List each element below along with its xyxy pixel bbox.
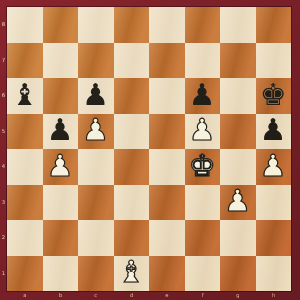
square-h2[interactable] bbox=[256, 220, 292, 256]
square-g2[interactable] bbox=[220, 220, 256, 256]
rank-label-8: 8 bbox=[1, 11, 6, 38]
square-b7[interactable] bbox=[43, 43, 79, 79]
square-h8[interactable] bbox=[256, 7, 292, 43]
square-h3[interactable] bbox=[256, 185, 292, 221]
rank-label-5: 5 bbox=[1, 118, 6, 145]
square-a6[interactable]: ♝ bbox=[7, 78, 43, 114]
square-c5[interactable]: ♟ bbox=[78, 114, 114, 150]
square-a7[interactable] bbox=[7, 43, 43, 79]
square-f5[interactable]: ♟ bbox=[185, 114, 221, 150]
square-g3[interactable]: ♟ bbox=[220, 185, 256, 221]
rank-label-7: 7 bbox=[1, 47, 6, 74]
square-c1[interactable] bbox=[78, 256, 114, 292]
square-h1[interactable] bbox=[256, 256, 292, 292]
file-label-d: d bbox=[118, 292, 145, 299]
square-f2[interactable] bbox=[185, 220, 221, 256]
square-d5[interactable] bbox=[114, 114, 150, 150]
square-f6[interactable]: ♟ bbox=[185, 78, 221, 114]
square-b2[interactable] bbox=[43, 220, 79, 256]
square-b4[interactable]: ♟ bbox=[43, 149, 79, 185]
piece-black-pawn-b5[interactable]: ♟ bbox=[47, 115, 74, 145]
square-d8[interactable] bbox=[114, 7, 150, 43]
square-a3[interactable] bbox=[7, 185, 43, 221]
square-b6[interactable] bbox=[43, 78, 79, 114]
rank-label-2: 2 bbox=[1, 224, 6, 251]
file-label-f: f bbox=[189, 292, 216, 299]
square-c6[interactable]: ♟ bbox=[78, 78, 114, 114]
square-g6[interactable] bbox=[220, 78, 256, 114]
file-label-a: a bbox=[11, 292, 38, 299]
piece-black-bishop-a6[interactable]: ♝ bbox=[11, 80, 38, 110]
rank-label-6: 6 bbox=[1, 82, 6, 109]
piece-black-pawn-h5[interactable]: ♟ bbox=[260, 115, 287, 145]
square-g4[interactable] bbox=[220, 149, 256, 185]
square-e8[interactable] bbox=[149, 7, 185, 43]
square-e5[interactable] bbox=[149, 114, 185, 150]
square-a2[interactable] bbox=[7, 220, 43, 256]
square-b8[interactable] bbox=[43, 7, 79, 43]
square-c3[interactable] bbox=[78, 185, 114, 221]
piece-black-king-h6[interactable]: ♚ bbox=[260, 80, 287, 110]
square-b5[interactable]: ♟ bbox=[43, 114, 79, 150]
square-b1[interactable] bbox=[43, 256, 79, 292]
square-a1[interactable] bbox=[7, 256, 43, 292]
file-label-c: c bbox=[82, 292, 109, 299]
square-f3[interactable] bbox=[185, 185, 221, 221]
file-label-h: h bbox=[260, 292, 287, 299]
square-h6[interactable]: ♚ bbox=[256, 78, 292, 114]
square-h4[interactable]: ♟ bbox=[256, 149, 292, 185]
square-e1[interactable] bbox=[149, 256, 185, 292]
square-e7[interactable] bbox=[149, 43, 185, 79]
square-f7[interactable] bbox=[185, 43, 221, 79]
square-f1[interactable] bbox=[185, 256, 221, 292]
square-g1[interactable] bbox=[220, 256, 256, 292]
piece-white-bishop-d1[interactable]: ♝ bbox=[118, 257, 145, 287]
square-d2[interactable] bbox=[114, 220, 150, 256]
rank-label-3: 3 bbox=[1, 189, 6, 216]
piece-white-pawn-f5[interactable]: ♟ bbox=[189, 115, 216, 145]
square-d3[interactable] bbox=[114, 185, 150, 221]
square-f4[interactable]: ♚ bbox=[185, 149, 221, 185]
piece-white-king-f4[interactable]: ♚ bbox=[189, 151, 216, 181]
square-g7[interactable] bbox=[220, 43, 256, 79]
square-e6[interactable] bbox=[149, 78, 185, 114]
piece-white-pawn-c5[interactable]: ♟ bbox=[82, 115, 109, 145]
square-a5[interactable] bbox=[7, 114, 43, 150]
piece-black-pawn-f6[interactable]: ♟ bbox=[189, 80, 216, 110]
square-g5[interactable] bbox=[220, 114, 256, 150]
piece-black-pawn-c6[interactable]: ♟ bbox=[82, 80, 109, 110]
square-a4[interactable] bbox=[7, 149, 43, 185]
rank-label-4: 4 bbox=[1, 153, 6, 180]
square-h7[interactable] bbox=[256, 43, 292, 79]
square-d4[interactable] bbox=[114, 149, 150, 185]
file-label-e: e bbox=[153, 292, 180, 299]
square-c8[interactable] bbox=[78, 7, 114, 43]
piece-white-pawn-b4[interactable]: ♟ bbox=[47, 151, 74, 181]
square-e3[interactable] bbox=[149, 185, 185, 221]
square-c7[interactable] bbox=[78, 43, 114, 79]
piece-white-pawn-h4[interactable]: ♟ bbox=[260, 151, 287, 181]
square-d7[interactable] bbox=[114, 43, 150, 79]
square-c4[interactable] bbox=[78, 149, 114, 185]
square-g8[interactable] bbox=[220, 7, 256, 43]
square-e2[interactable] bbox=[149, 220, 185, 256]
rank-label-1: 1 bbox=[1, 260, 6, 287]
square-f8[interactable] bbox=[185, 7, 221, 43]
file-label-b: b bbox=[47, 292, 74, 299]
square-h5[interactable]: ♟ bbox=[256, 114, 292, 150]
piece-white-pawn-g3[interactable]: ♟ bbox=[224, 186, 251, 216]
square-d1[interactable]: ♝ bbox=[114, 256, 150, 292]
square-e4[interactable] bbox=[149, 149, 185, 185]
square-a8[interactable] bbox=[7, 7, 43, 43]
square-d6[interactable] bbox=[114, 78, 150, 114]
chess-board-frame: ♝♟♟♚♟♟♟♟♟♚♟♟♝ 87654321 abcdefgh bbox=[0, 0, 300, 300]
square-c2[interactable] bbox=[78, 220, 114, 256]
file-label-g: g bbox=[224, 292, 251, 299]
square-b3[interactable] bbox=[43, 185, 79, 221]
chess-board: ♝♟♟♚♟♟♟♟♟♚♟♟♝ bbox=[7, 7, 291, 291]
